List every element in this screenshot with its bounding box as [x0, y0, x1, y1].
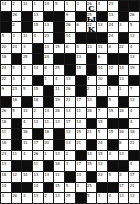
grid-cell[interactable]: 20 — [1, 44, 12, 55]
grid-cell[interactable]: 4 — [54, 76, 65, 87]
grid-cell[interactable]: 23 — [108, 1, 119, 12]
code-number: 16 — [119, 129, 124, 134]
block-cell — [108, 140, 119, 151]
code-number: 17 — [34, 140, 39, 145]
block-cell — [108, 119, 119, 130]
grid-cell[interactable]: 24 — [108, 22, 119, 33]
code-number: 26 — [12, 12, 17, 17]
code-number: 4 — [108, 193, 110, 198]
grid-cell[interactable]: 25 — [54, 65, 65, 76]
block-cell — [76, 151, 87, 162]
grid-cell[interactable]: 5 — [108, 86, 119, 97]
grid-cell[interactable]: 14 — [44, 1, 55, 12]
grid-cell[interactable]: 13 — [76, 172, 87, 183]
grid-cell[interactable]: 14 — [1, 1, 12, 12]
grid-cell[interactable]: 26С — [87, 1, 98, 12]
grid-cell[interactable]: 11 — [44, 119, 55, 130]
grid-cell[interactable]: 13 — [33, 172, 44, 183]
grid-cell[interactable]: 13 — [87, 44, 98, 55]
grid-cell[interactable]: 13 — [119, 76, 130, 87]
grid-cell[interactable]: 9 — [65, 12, 76, 23]
grid-cell[interactable]: 13 — [54, 151, 65, 162]
grid-cell[interactable]: 23 — [97, 172, 108, 183]
code-number: 18 — [2, 119, 7, 124]
grid-cell[interactable]: 14 — [1, 183, 12, 194]
grid-cell[interactable]: 14 — [87, 151, 98, 162]
grid-cell[interactable]: 15 — [54, 44, 65, 55]
grid-cell[interactable]: 4 — [22, 119, 33, 130]
block-cell — [87, 119, 98, 130]
code-number: 6 — [108, 44, 110, 49]
code-number: 13 — [130, 193, 135, 198]
code-number: 22 — [2, 76, 7, 81]
grid-cell[interactable]: 10 — [97, 76, 108, 87]
grid-cell[interactable]: 13 — [54, 119, 65, 130]
grid-cell[interactable]: 14 — [22, 172, 33, 183]
grid-cell[interactable]: 24 — [97, 140, 108, 151]
grid-cell[interactable]: 18 — [44, 129, 55, 140]
code-number: 17 — [76, 97, 81, 102]
block-cell — [87, 172, 98, 183]
grid-cell[interactable]: 3 — [22, 193, 33, 204]
grid-cell[interactable]: 1 — [119, 86, 130, 97]
grid-cell[interactable]: 26 — [33, 151, 44, 162]
grid-cell[interactable]: 26 — [54, 108, 65, 119]
block-cell — [33, 129, 44, 140]
code-number: 21 — [130, 140, 135, 145]
grid-cell[interactable]: 5 — [1, 33, 12, 44]
code-number: 13 — [98, 22, 103, 27]
codeword-grid: 1421111451326С4232613925Ы13262151326622К… — [0, 0, 140, 204]
grid-cell[interactable]: 14 — [33, 65, 44, 76]
grid-cell[interactable]: 4 — [129, 44, 140, 55]
grid-cell[interactable]: 13 — [54, 193, 65, 204]
code-number: 13 — [44, 172, 49, 177]
grid-cell[interactable]: 13 — [44, 22, 55, 33]
code-number: 4 — [34, 33, 36, 38]
grid-cell[interactable]: 16 — [12, 97, 23, 108]
grid-cell[interactable]: 25Ы — [87, 12, 98, 23]
grid-cell[interactable]: 21 — [87, 129, 98, 140]
code-number: 21 — [66, 97, 71, 102]
grid-cell[interactable]: 13 — [119, 193, 130, 204]
grid-cell[interactable]: 19 — [54, 97, 65, 108]
grid-cell[interactable]: 7 — [129, 86, 140, 97]
grid-cell[interactable]: 3 — [1, 193, 12, 204]
block-cell — [22, 22, 33, 33]
grid-cell[interactable]: 4 — [129, 108, 140, 119]
code-number: 14 — [119, 65, 124, 70]
grid-cell[interactable]: 5 — [22, 86, 33, 97]
grid-cell[interactable]: 4 — [76, 44, 87, 55]
code-number: 3 — [119, 22, 121, 27]
grid-cell[interactable]: 6 — [97, 54, 108, 65]
grid-cell[interactable]: 13 — [129, 97, 140, 108]
grid-cell[interactable]: 15 — [97, 119, 108, 130]
grid-cell[interactable]: 13 — [76, 54, 87, 65]
block-cell — [1, 97, 12, 108]
grid-cell[interactable]: 13 — [87, 97, 98, 108]
grid-cell[interactable]: 1 — [65, 1, 76, 12]
block-cell — [97, 12, 108, 23]
grid-cell[interactable]: 21 — [76, 140, 87, 151]
grid-cell[interactable]: 4 — [97, 1, 108, 12]
grid-cell[interactable]: 13 — [44, 172, 55, 183]
grid-cell[interactable]: 24 — [108, 33, 119, 44]
grid-cell[interactable]: 2 — [65, 151, 76, 162]
code-number: 5 — [108, 86, 110, 91]
code-number: 13 — [66, 76, 71, 81]
code-number: 4 — [130, 119, 132, 124]
grid-cell[interactable]: 4 — [33, 33, 44, 44]
block-cell — [12, 129, 23, 140]
code-number: 15 — [76, 65, 81, 70]
grid-cell[interactable]: 7 — [97, 108, 108, 119]
grid-cell[interactable]: 2 — [33, 108, 44, 119]
code-number: 23 — [12, 86, 17, 91]
grid-cell[interactable]: 8 — [44, 65, 55, 76]
grid-cell[interactable]: 3 — [119, 172, 130, 183]
block-cell — [119, 33, 130, 44]
grid-cell[interactable]: 2 — [12, 22, 23, 33]
grid-cell[interactable]: 3 — [12, 76, 23, 87]
grid-cell[interactable]: 24 — [44, 54, 55, 65]
grid-cell[interactable]: 1 — [44, 76, 55, 87]
block-cell — [12, 183, 23, 194]
code-number: 5 — [130, 22, 132, 27]
grid-cell[interactable]: 21 — [129, 183, 140, 194]
block-cell — [44, 97, 55, 108]
grid-cell[interactable]: 13 — [33, 193, 44, 204]
grid-cell[interactable]: 15 — [76, 129, 87, 140]
code-number: 11 — [2, 129, 7, 134]
code-number: 24 — [108, 22, 113, 27]
code-number: 18 — [44, 129, 49, 134]
block-cell — [44, 161, 55, 172]
grid-cell[interactable]: 5 — [87, 193, 98, 204]
grid-cell[interactable]: 13 — [65, 140, 76, 151]
grid-cell[interactable]: 13 — [44, 108, 55, 119]
grid-cell[interactable]: 16 — [119, 108, 130, 119]
grid-cell[interactable]: 11 — [22, 33, 33, 44]
grid-cell[interactable]: 22 — [119, 44, 130, 55]
code-number: 23 — [108, 1, 113, 6]
code-number: 4 — [23, 119, 25, 124]
code-number: 17 — [130, 172, 135, 177]
block-cell — [12, 161, 23, 172]
grid-cell[interactable]: 18 — [22, 129, 33, 140]
block-cell — [129, 76, 140, 87]
code-number: 7 — [130, 86, 132, 91]
code-number: 12 — [12, 172, 17, 177]
grid-cell[interactable]: 9 — [1, 86, 12, 97]
grid-cell[interactable]: 21 — [65, 97, 76, 108]
grid-cell[interactable]: 2 — [97, 86, 108, 97]
grid-cell[interactable]: 17 — [119, 183, 130, 194]
code-number: 6 — [66, 44, 68, 49]
block-cell — [22, 183, 33, 194]
grid-cell[interactable]: 14 — [97, 65, 108, 76]
code-number: 23 — [44, 33, 49, 38]
grid-cell[interactable]: 24 — [12, 44, 23, 55]
code-number: 3 — [98, 193, 100, 198]
grid-cell[interactable]: 11 — [12, 151, 23, 162]
code-number: 13 — [87, 44, 92, 49]
code-number: 15 — [108, 108, 113, 113]
code-number: 24 — [44, 54, 49, 59]
grid-cell[interactable]: 13 — [129, 33, 140, 44]
block-cell — [108, 76, 119, 87]
code-number: 2 — [34, 108, 36, 113]
code-number: 1 — [66, 1, 68, 6]
grid-cell[interactable]: 20 — [44, 140, 55, 151]
grid-cell[interactable]: 17 — [76, 97, 87, 108]
grid-cell[interactable]: 13 — [108, 12, 119, 23]
code-number: 13 — [119, 151, 124, 156]
grid-cell[interactable]: 13 — [22, 108, 33, 119]
grid-cell[interactable]: 3 — [119, 22, 130, 33]
grid-cell[interactable]: 11 — [22, 140, 33, 151]
grid-cell[interactable]: 13 — [65, 76, 76, 87]
code-number: 21 — [76, 140, 81, 145]
grid-cell[interactable]: 5 — [12, 65, 23, 76]
grid-cell[interactable]: 13 — [1, 161, 12, 172]
grid-cell[interactable]: 26 — [12, 193, 23, 204]
code-number: 13 — [55, 119, 60, 124]
code-number: 25 — [66, 193, 71, 198]
code-number: 3 — [76, 1, 78, 6]
code-number: 7 — [98, 108, 100, 113]
grid-cell[interactable]: 4 — [129, 161, 140, 172]
grid-cell[interactable]: 17 — [33, 140, 44, 151]
grid-cell[interactable]: 26 — [65, 86, 76, 97]
code-number: 13 — [34, 193, 39, 198]
block-cell — [65, 172, 76, 183]
grid-cell[interactable]: 14 — [65, 33, 76, 44]
grid-cell[interactable]: 16 — [1, 140, 12, 151]
grid-cell[interactable]: 3 — [22, 44, 33, 55]
grid-cell[interactable]: 13 — [119, 151, 130, 162]
grid-cell[interactable]: 5 — [108, 172, 119, 183]
code-number: 14 — [34, 65, 39, 70]
code-number: 2 — [12, 22, 14, 27]
grid-cell[interactable]: 5 — [129, 22, 140, 33]
grid-cell[interactable]: 6 — [76, 22, 87, 33]
code-number: 4 — [76, 44, 78, 49]
grid-cell[interactable]: 18 — [1, 172, 12, 183]
grid-cell[interactable]: 24 — [1, 65, 12, 76]
code-number: 13 — [130, 97, 135, 102]
grid-cell[interactable]: 14 — [119, 65, 130, 76]
grid-cell[interactable]: 18 — [129, 129, 140, 140]
grid-cell[interactable]: 22К — [87, 22, 98, 33]
grid-cell[interactable]: 26 — [65, 22, 76, 33]
grid-cell[interactable]: 13 — [44, 44, 55, 55]
grid-cell[interactable]: 4 — [108, 151, 119, 162]
grid-cell[interactable]: 16 — [119, 129, 130, 140]
code-number: 18 — [34, 97, 39, 102]
grid-cell[interactable]: 14 — [76, 119, 87, 130]
grid-cell[interactable]: 11 — [76, 108, 87, 119]
code-number: 13 — [2, 161, 7, 166]
grid-cell[interactable]: 2 — [12, 1, 23, 12]
code-number: 13 — [119, 76, 124, 81]
grid-cell[interactable]: 2 — [87, 86, 98, 97]
code-number: 6 — [76, 22, 78, 27]
grid-cell[interactable]: 17 — [76, 161, 87, 172]
grid-cell[interactable]: 11 — [33, 161, 44, 172]
grid-cell[interactable]: 15 — [54, 183, 65, 194]
grid-cell[interactable]: 18 — [33, 97, 44, 108]
code-number: 4 — [55, 76, 57, 81]
code-number: 11 — [23, 140, 28, 145]
grid-cell[interactable]: 15 — [87, 161, 98, 172]
grid-cell[interactable]: 13 — [33, 12, 44, 23]
code-number: 14 — [76, 119, 81, 124]
grid-cell[interactable]: 3 — [22, 65, 33, 76]
grid-cell[interactable]: 19 — [129, 65, 140, 76]
grid-cell[interactable]: 4 — [108, 193, 119, 204]
block-cell — [119, 1, 130, 12]
grid-cell[interactable]: 3 — [76, 183, 87, 194]
grid-cell[interactable]: 13 — [33, 119, 44, 130]
code-number: 22 — [119, 44, 124, 49]
grid-cell[interactable]: 23 — [12, 86, 23, 97]
code-number: 4 — [130, 108, 132, 113]
grid-cell[interactable]: 3 — [97, 193, 108, 204]
grid-cell[interactable]: 11 — [97, 44, 108, 55]
code-number: 2 — [44, 193, 46, 198]
code-number: 4 — [130, 44, 132, 49]
code-number: 11 — [98, 44, 103, 49]
block-cell — [54, 33, 65, 44]
grid-cell[interactable]: 23 — [44, 33, 55, 44]
code-number: 24 — [98, 140, 103, 145]
grid-cell[interactable]: 11 — [54, 86, 65, 97]
grid-cell[interactable]: 13 — [97, 161, 108, 172]
grid-cell[interactable]: 18 — [1, 119, 12, 130]
code-number: 3 — [66, 161, 68, 166]
block-cell — [44, 183, 55, 194]
grid-cell[interactable]: 4 — [22, 151, 33, 162]
grid-cell[interactable]: 5 — [12, 108, 23, 119]
code-number: 4 — [23, 151, 25, 156]
grid-cell[interactable]: 26 — [12, 12, 23, 23]
grid-cell[interactable]: 11 — [54, 172, 65, 183]
grid-cell[interactable]: 14 — [33, 183, 44, 194]
grid-cell[interactable]: 4 — [87, 76, 98, 87]
block-cell — [119, 97, 130, 108]
grid-cell[interactable]: 17 — [129, 172, 140, 183]
grid-cell[interactable]: 2 — [22, 76, 33, 87]
grid-cell[interactable]: 18 — [1, 54, 12, 65]
grid-cell[interactable]: 18 — [54, 161, 65, 172]
block-cell — [44, 12, 55, 23]
grid-cell[interactable]: 8 — [119, 140, 130, 151]
grid-cell[interactable]: 5 — [97, 129, 108, 140]
grid-cell[interactable]: 3 — [65, 161, 76, 172]
grid-cell[interactable]: 15 — [76, 65, 87, 76]
grid-cell[interactable]: 1 — [33, 1, 44, 12]
code-number: 5 — [55, 1, 57, 6]
code-number: 9 — [2, 86, 4, 91]
code-number: 26 — [87, 108, 92, 113]
code-number: 2 — [87, 86, 89, 91]
grid-cell[interactable]: 3 — [12, 33, 23, 44]
grid-cell[interactable]: 21 — [129, 140, 140, 151]
grid-cell[interactable]: 25 — [87, 183, 98, 194]
code-number: 26 — [66, 22, 71, 27]
grid-cell[interactable]: 13 — [129, 193, 140, 204]
grid-cell[interactable]: 15 — [108, 108, 119, 119]
block-cell — [87, 140, 98, 151]
grid-cell[interactable]: 6 — [65, 44, 76, 55]
grid-cell[interactable]: 12 — [12, 172, 23, 183]
grid-cell[interactable]: 26 — [1, 108, 12, 119]
block-cell — [12, 54, 23, 65]
block-cell — [12, 140, 23, 151]
grid-cell[interactable]: 15 — [108, 129, 119, 140]
code-number: 16 — [2, 140, 7, 145]
grid-cell[interactable]: 13 — [65, 108, 76, 119]
code-number: 16 — [119, 108, 124, 113]
code-number: 11 — [23, 33, 28, 38]
grid-cell[interactable]: 25 — [22, 54, 33, 65]
grid-cell[interactable]: 26 — [87, 108, 98, 119]
block-cell — [87, 54, 98, 65]
block-cell — [119, 119, 130, 130]
code-number: 1 — [119, 86, 121, 91]
code-number: 17 — [119, 183, 124, 188]
block-cell — [33, 54, 44, 65]
grid-cell[interactable]: 15 — [33, 22, 44, 33]
code-number: 13 — [55, 193, 60, 198]
grid-cell[interactable]: 13 — [129, 54, 140, 65]
grid-cell[interactable]: 4 — [129, 119, 140, 130]
code-number: 3 — [23, 44, 25, 49]
code-number: 12 — [108, 65, 113, 70]
code-number: 23 — [98, 172, 103, 177]
code-number: 5 — [23, 86, 25, 91]
grid-cell[interactable]: 3 — [76, 1, 87, 12]
code-number: 4 — [98, 1, 100, 6]
grid-cell[interactable]: 2 — [44, 193, 55, 204]
grid-cell[interactable]: 13 — [97, 22, 108, 33]
grid-cell[interactable]: 23 — [1, 151, 12, 162]
code-number: 10 — [98, 76, 103, 81]
grid-cell[interactable]: 5 — [54, 1, 65, 12]
grid-cell[interactable]: 5 — [108, 97, 119, 108]
grid-cell[interactable]: 17 — [65, 119, 76, 130]
grid-cell[interactable]: 11 — [22, 1, 33, 12]
grid-cell[interactable]: 1 — [44, 151, 55, 162]
grid-cell[interactable]: 22 — [1, 76, 12, 87]
grid-cell[interactable]: 12 — [108, 65, 119, 76]
grid-cell[interactable]: 15 — [33, 86, 44, 97]
code-number: 20 — [44, 140, 49, 145]
grid-cell[interactable]: 5 — [65, 183, 76, 194]
grid-cell[interactable]: 13 — [65, 129, 76, 140]
code-number: 14 — [98, 65, 103, 70]
grid-cell[interactable]: 15 — [97, 151, 108, 162]
block-cell — [22, 97, 33, 108]
code-number: 13 — [119, 193, 124, 198]
grid-cell[interactable]: 11 — [1, 129, 12, 140]
grid-cell[interactable]: 6 — [108, 44, 119, 55]
block-cell — [119, 54, 130, 65]
grid-cell[interactable]: 26 — [129, 12, 140, 23]
grid-cell[interactable]: 25 — [65, 193, 76, 204]
